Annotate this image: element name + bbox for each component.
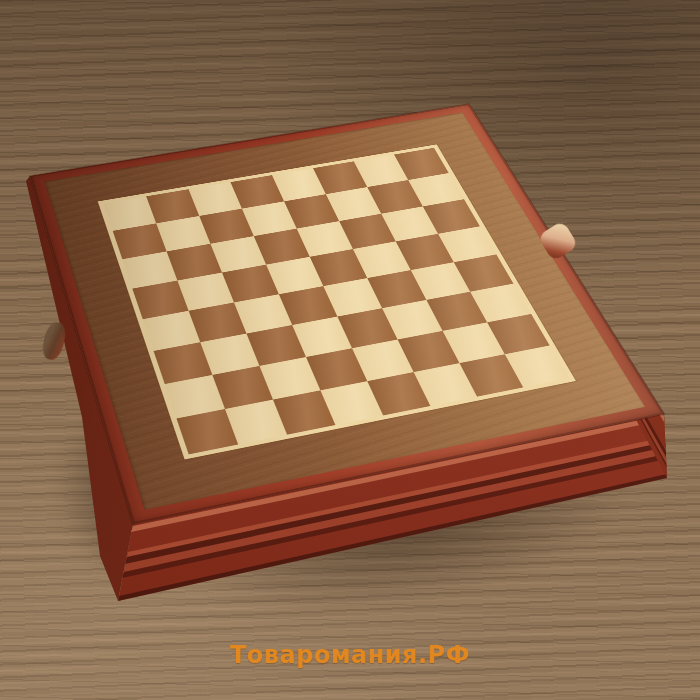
product-photo-scene: Товаромания.РФ: [0, 0, 700, 700]
watermark-text: Товаромания.РФ: [0, 641, 700, 669]
